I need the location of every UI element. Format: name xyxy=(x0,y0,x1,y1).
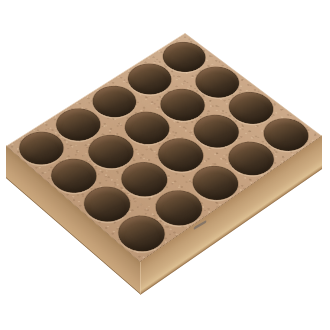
product-photo-scene xyxy=(0,0,330,330)
board xyxy=(6,33,322,262)
